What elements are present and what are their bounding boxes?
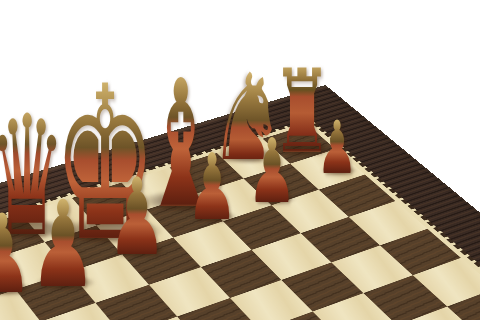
chess-board bbox=[0, 85, 480, 320]
board-perspective-scene bbox=[0, 0, 480, 320]
board-grid bbox=[0, 125, 480, 320]
product-photo-scene: ♛♚♝♞♜♟♟♟♟♟♟ bbox=[0, 0, 480, 320]
board-inlay-border bbox=[0, 119, 480, 320]
